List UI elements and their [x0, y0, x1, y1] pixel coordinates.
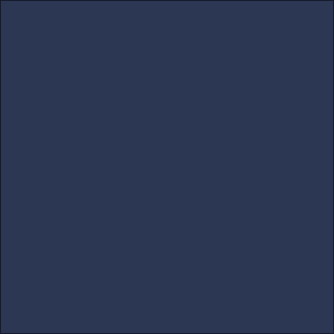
- chess-board: [5, 5, 329, 329]
- chess-board-frame: [0, 0, 334, 334]
